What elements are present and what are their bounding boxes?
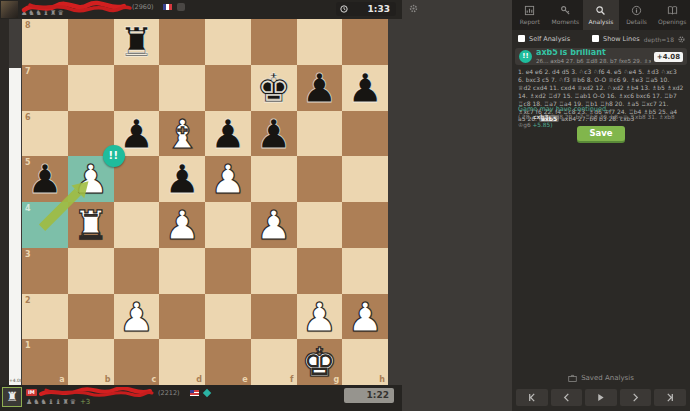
square-h5[interactable] <box>342 156 388 202</box>
file-label: g <box>334 375 340 384</box>
square-d7[interactable] <box>159 65 205 111</box>
square-b7[interactable] <box>68 65 114 111</box>
saved-analysis-label: Saved Analysis <box>581 374 634 382</box>
file-label: h <box>379 375 385 384</box>
square-c4[interactable] <box>114 202 160 248</box>
square-f5[interactable] <box>251 156 297 202</box>
bottom-player-clock: 1:22 <box>344 388 394 403</box>
piece-white-pawn[interactable]: ♟ <box>114 294 160 340</box>
tab-analysis[interactable]: Analysis <box>583 0 619 30</box>
saved-analysis[interactable]: Saved Analysis <box>512 374 690 382</box>
previous-move-button[interactable] <box>551 389 583 406</box>
square-a3[interactable]: 3 <box>22 248 68 294</box>
top-player-bar: (2960) ♟♞♞♝♜♛ 1:33 <box>0 0 402 19</box>
square-e1[interactable]: e <box>205 339 251 385</box>
piece-black-pawn[interactable]: ♟ <box>251 111 297 157</box>
top-clock-time: 1:33 <box>368 4 390 14</box>
rank-label: 4 <box>25 204 31 213</box>
square-h2[interactable]: ♟ <box>342 294 388 340</box>
piece-black-pawn[interactable]: ♟ <box>159 156 205 202</box>
square-h3[interactable] <box>342 248 388 294</box>
name-redaction-scribble <box>38 387 156 399</box>
tab-moments[interactable]: Moments <box>548 0 584 30</box>
square-c3[interactable] <box>114 248 160 294</box>
analysis-panel: Report Moments Analysis Details Openings… <box>512 0 690 411</box>
file-label: b <box>105 375 111 384</box>
square-g7[interactable]: ♟ <box>297 65 343 111</box>
play-button[interactable] <box>585 389 617 406</box>
square-e6[interactable]: ♟ <box>205 111 251 157</box>
rank-label: 3 <box>25 250 31 259</box>
file-label: a <box>59 375 64 384</box>
key-icon <box>560 5 571 16</box>
annotation-title: axb5is brilliant <box>536 49 651 57</box>
game-continued-label[interactable]: Game may have continued... <box>518 105 612 113</box>
briefcase-icon <box>568 374 577 382</box>
square-a8[interactable]: 8 <box>22 19 68 65</box>
playback-controls <box>516 389 686 406</box>
self-analysis-checkbox[interactable] <box>518 35 525 42</box>
piece-white-pawn[interactable]: ♟ <box>251 202 297 248</box>
piece-white-rook[interactable]: ♜ <box>68 202 114 248</box>
square-b4[interactable]: ♜ <box>68 202 114 248</box>
book-icon <box>667 5 678 16</box>
usa-flag-icon <box>190 390 199 396</box>
player-title-badge: IM <box>26 389 37 396</box>
premium-diamond-icon <box>203 389 211 397</box>
bottom-player-rating: (2212) <box>158 389 180 397</box>
square-d3[interactable] <box>159 248 205 294</box>
square-e2[interactable] <box>205 294 251 340</box>
square-f7[interactable]: ♚ <box>251 65 297 111</box>
square-e3[interactable] <box>205 248 251 294</box>
piece-white-pawn[interactable]: ♟ <box>205 156 251 202</box>
square-g1[interactable]: g♚ <box>297 339 343 385</box>
self-analysis-label: Self Analysis <box>529 35 570 43</box>
membership-icon <box>177 3 185 11</box>
square-g6[interactable] <box>297 111 343 157</box>
bottom-player-bar: ♜ IM (2212) ♟♞♞♝♝♜♛+3 1:22 <box>0 385 402 411</box>
square-c7[interactable] <box>114 65 160 111</box>
square-b1[interactable]: b <box>68 339 114 385</box>
square-b3[interactable] <box>68 248 114 294</box>
analysis-app: (2960) ♟♞♞♝♜♛ 1:33 +4.08 8♜7♚♟♟6♟♝♟♟5♟♟♟… <box>0 0 690 411</box>
square-h8[interactable] <box>342 19 388 65</box>
piece-black-pawn[interactable]: ♟ <box>205 111 251 157</box>
rank-label: 8 <box>25 21 31 30</box>
rank-label: 1 <box>25 341 31 350</box>
piece-black-pawn[interactable]: ♟ <box>342 65 388 111</box>
top-player-clock: 1:33 <box>336 2 396 16</box>
square-g2[interactable]: ♟ <box>297 294 343 340</box>
show-lines-checkbox[interactable] <box>592 35 599 42</box>
board-settings-gear-icon[interactable] <box>408 3 419 14</box>
square-b8[interactable] <box>68 19 114 65</box>
piece-black-king[interactable]: ♚ <box>251 65 297 111</box>
evaluation-bar-white: +4.08 <box>9 68 21 385</box>
tab-report[interactable]: Report <box>512 0 548 30</box>
square-b2[interactable] <box>68 294 114 340</box>
save-button[interactable]: Save <box>577 126 625 141</box>
square-d2[interactable] <box>159 294 205 340</box>
square-g8[interactable] <box>297 19 343 65</box>
file-label: f <box>290 375 293 384</box>
square-e8[interactable] <box>205 19 251 65</box>
square-g3[interactable] <box>297 248 343 294</box>
square-g4[interactable] <box>297 202 343 248</box>
brilliant-annotation-card: !! axb5is brilliant 26... axb4 27. b6 ♖d… <box>515 48 687 65</box>
tab-details[interactable]: Details <box>619 0 655 30</box>
square-f4[interactable]: ♟ <box>251 202 297 248</box>
piece-white-pawn[interactable]: ♟ <box>342 294 388 340</box>
top-player-avatar[interactable] <box>1 1 18 18</box>
square-f3[interactable] <box>251 248 297 294</box>
material-score: +3 <box>80 398 90 406</box>
piece-white-pawn[interactable]: ♟ <box>297 294 343 340</box>
bottom-player-avatar[interactable]: ♜ <box>2 387 22 407</box>
go-to-end-button[interactable] <box>654 389 686 406</box>
square-h4[interactable] <box>342 202 388 248</box>
name-redaction-scribble <box>20 0 135 16</box>
square-h7[interactable]: ♟ <box>342 65 388 111</box>
france-flag-icon <box>163 4 172 10</box>
board: 8♜7♚♟♟6♟♝♟♟5♟♟♟♟4♜♟♟32♟♟♟1abcdefg♚h <box>22 19 388 385</box>
rank-label: 7 <box>25 67 31 76</box>
clock-icon <box>340 5 348 13</box>
piece-black-rook[interactable]: ♜ <box>114 19 160 65</box>
square-f6[interactable]: ♟ <box>251 111 297 157</box>
square-d5[interactable]: ♟ <box>159 156 205 202</box>
square-h1[interactable]: h <box>342 339 388 385</box>
square-f1[interactable]: f <box>251 339 297 385</box>
square-d6[interactable]: ♝ <box>159 111 205 157</box>
magnifier-icon <box>595 5 606 16</box>
tab-openings[interactable]: Openings <box>654 0 690 30</box>
square-a4[interactable]: 4 <box>22 202 68 248</box>
evaluation-bar: +4.08 <box>9 19 21 385</box>
square-e4[interactable] <box>205 202 251 248</box>
square-a6[interactable]: 6 <box>22 111 68 157</box>
piece-white-bishop[interactable]: ♝ <box>159 111 205 157</box>
brilliant-icon: !! <box>519 50 532 63</box>
report-icon <box>524 5 535 16</box>
square-g5[interactable] <box>297 156 343 202</box>
square-e5[interactable]: ♟ <box>205 156 251 202</box>
piece-white-pawn[interactable]: ♟ <box>159 202 205 248</box>
square-d1[interactable]: d <box>159 339 205 385</box>
bottom-captured-pieces: ♟♞♞♝♝♜♛+3 <box>26 398 90 406</box>
rank-label: 5 <box>25 158 31 167</box>
square-f8[interactable] <box>251 19 297 65</box>
annotation-best-line[interactable]: 26... axb4 27. b6 ♖d8 28. b7 fxe5 29. ♗x… <box>536 57 651 65</box>
square-c8[interactable]: ♜ <box>114 19 160 65</box>
square-a7[interactable]: 7 <box>22 65 68 111</box>
file-label: d <box>196 375 202 384</box>
show-lines-label: Show Lines <box>603 35 640 43</box>
square-e7[interactable] <box>205 65 251 111</box>
file-label: e <box>242 375 247 384</box>
square-a2[interactable]: 2 <box>22 294 68 340</box>
brilliant-move-badge: !! <box>103 145 125 167</box>
square-f2[interactable] <box>251 294 297 340</box>
go-to-start-button[interactable] <box>516 389 548 406</box>
analysis-settings-gear-icon[interactable] <box>677 35 686 44</box>
bottom-clock-time: 1:22 <box>367 390 389 400</box>
square-a5[interactable]: 5♟ <box>22 156 68 202</box>
next-move-button[interactable] <box>620 389 652 406</box>
square-c1[interactable]: c <box>114 339 160 385</box>
annotation-eval-badge: +4.08 <box>654 52 683 62</box>
square-c2[interactable]: ♟ <box>114 294 160 340</box>
piece-black-pawn[interactable]: ♟ <box>297 65 343 111</box>
top-player-rating: (2960) <box>132 3 154 11</box>
analysis-options: Self Analysis Show Lines depth=18 <box>512 30 690 48</box>
square-d8[interactable] <box>159 19 205 65</box>
evaluation-value: +4.08 <box>9 378 21 383</box>
info-icon <box>631 5 642 16</box>
square-d4[interactable]: ♟ <box>159 202 205 248</box>
rank-label: 2 <box>25 296 31 305</box>
square-a1[interactable]: 1a <box>22 339 68 385</box>
depth-indicator: depth=18 <box>644 36 674 43</box>
panel-tabs: Report Moments Analysis Details Openings <box>512 0 690 30</box>
left-margin <box>0 19 9 385</box>
file-label: c <box>152 375 157 384</box>
square-h6[interactable] <box>342 111 388 157</box>
rank-label: 6 <box>25 113 31 122</box>
